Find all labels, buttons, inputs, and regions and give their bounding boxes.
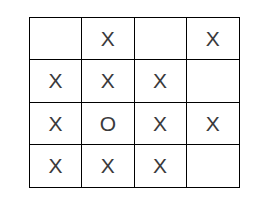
cell-r3c2[interactable]: O	[82, 103, 134, 145]
cell-r1c2[interactable]: X	[82, 18, 134, 60]
cell-r2c1[interactable]: X	[30, 60, 82, 102]
x-mark: X	[153, 113, 167, 134]
cell-r3c4[interactable]: X	[187, 103, 239, 145]
x-mark: X	[101, 155, 115, 176]
cell-r3c3[interactable]: X	[135, 103, 187, 145]
cell-r1c1[interactable]	[30, 18, 82, 60]
cell-r4c4[interactable]	[187, 145, 239, 187]
x-mark: X	[101, 28, 115, 49]
cell-r3c1[interactable]: X	[30, 103, 82, 145]
cell-r2c3[interactable]: X	[135, 60, 187, 102]
board-grid: XXXXXXOXXXXX	[29, 17, 240, 188]
o-mark: O	[100, 113, 116, 134]
cell-r1c3[interactable]	[135, 18, 187, 60]
x-mark: X	[206, 28, 220, 49]
cell-r4c1[interactable]: X	[30, 145, 82, 187]
x-mark: X	[206, 113, 220, 134]
x-mark: X	[101, 70, 115, 91]
x-mark: X	[153, 70, 167, 91]
x-mark: X	[153, 155, 167, 176]
cell-r4c3[interactable]: X	[135, 145, 187, 187]
cell-r1c4[interactable]: X	[187, 18, 239, 60]
x-mark: X	[49, 155, 63, 176]
cell-r2c2[interactable]: X	[82, 60, 134, 102]
x-mark: X	[49, 113, 63, 134]
x-mark: X	[49, 70, 63, 91]
cell-r4c2[interactable]: X	[82, 145, 134, 187]
cell-r2c4[interactable]	[187, 60, 239, 102]
